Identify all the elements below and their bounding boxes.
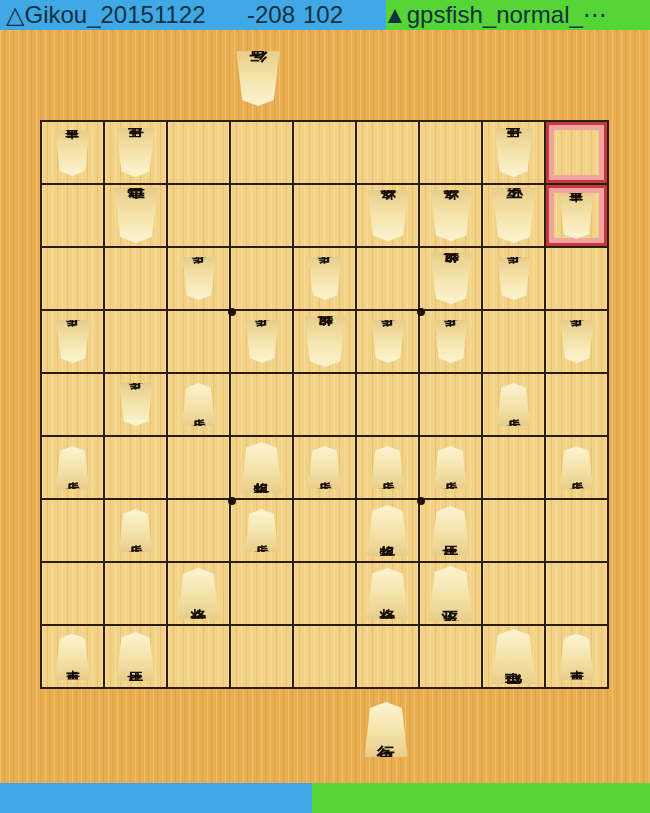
- square-5b[interactable]: [294, 185, 357, 248]
- piece-kanji: 歩兵: [506, 277, 521, 281]
- square-6c[interactable]: [231, 248, 294, 311]
- square-2b[interactable]: 王将: [483, 185, 546, 248]
- piece-sente-gold[interactable]: 金将: [367, 568, 409, 619]
- square-7d[interactable]: [168, 311, 231, 374]
- piece-gote-pawn[interactable]: 歩兵: [497, 257, 531, 300]
- piece-gote-lance[interactable]: 香車: [55, 130, 90, 176]
- piece-kanji: 歩兵: [254, 529, 269, 533]
- piece-sente-silver[interactable]: 銀将: [367, 505, 409, 556]
- piece-kanji: 歩兵: [191, 277, 206, 281]
- piece-kanji: 桂馬: [128, 151, 144, 155]
- square-7a[interactable]: [168, 122, 231, 185]
- square-8h[interactable]: [105, 563, 168, 626]
- square-7c[interactable]: 歩兵: [168, 248, 231, 311]
- square-5c[interactable]: 歩兵: [294, 248, 357, 311]
- piece-kanji: 銀将: [443, 277, 459, 281]
- piece-sente-gold[interactable]: 金将: [178, 568, 220, 619]
- piece-sente-knight[interactable]: 桂馬: [431, 506, 470, 555]
- square-3g[interactable]: 桂馬: [420, 500, 483, 563]
- piece-gote-pawn[interactable]: 歩兵: [119, 383, 153, 426]
- shogi-board: 香車桂馬桂馬飛車金将金将王将香車歩兵歩兵銀将歩兵歩兵歩兵銀将歩兵歩兵歩兵歩兵歩兵…: [40, 120, 609, 689]
- piece-gote-silver[interactable]: 銀将: [430, 253, 472, 304]
- square-8i[interactable]: 桂馬: [105, 626, 168, 689]
- square-1c[interactable]: [546, 248, 609, 311]
- square-8d[interactable]: [105, 311, 168, 374]
- square-7b[interactable]: [168, 185, 231, 248]
- square-1b[interactable]: 香車: [546, 185, 609, 248]
- piece-kanji: 歩兵: [569, 340, 584, 344]
- piece-kanji: 飛車: [505, 655, 523, 659]
- square-8e[interactable]: 歩兵: [105, 374, 168, 437]
- square-1h[interactable]: [546, 563, 609, 626]
- square-4g[interactable]: 銀将: [357, 500, 420, 563]
- piece-kanji: 桂馬: [506, 151, 522, 155]
- star-point: [228, 308, 236, 316]
- square-4c[interactable]: [357, 248, 420, 311]
- square-4f[interactable]: 歩兵: [357, 437, 420, 500]
- piece-kanji: 桂馬: [128, 655, 144, 659]
- piece-kanji: 飛車: [127, 214, 145, 218]
- piece-kanji: 王将: [505, 214, 523, 218]
- square-5d[interactable]: 銀将: [294, 311, 357, 374]
- piece-kanji: 歩兵: [65, 340, 80, 344]
- sente-engine-name: ▲gpsfish_normal_⋯: [383, 0, 607, 30]
- square-5i[interactable]: [294, 626, 357, 689]
- square-4d[interactable]: 歩兵: [357, 311, 420, 374]
- square-5g[interactable]: [294, 500, 357, 563]
- square-4e[interactable]: [357, 374, 420, 437]
- square-3b[interactable]: 金将: [420, 185, 483, 248]
- piece-kanji: 金将: [443, 214, 459, 218]
- piece-sente-pawn[interactable]: 歩兵: [308, 446, 342, 489]
- gote-hand-tray[interactable]: 角行: [236, 51, 280, 106]
- square-6h[interactable]: [231, 563, 294, 626]
- square-8f[interactable]: [105, 437, 168, 500]
- square-2i[interactable]: 飛車: [483, 626, 546, 689]
- square-3i[interactable]: [420, 626, 483, 689]
- square-1i[interactable]: 香車: [546, 626, 609, 689]
- piece-sente-pawn[interactable]: 歩兵: [560, 446, 594, 489]
- square-4h[interactable]: 金将: [357, 563, 420, 626]
- piece-kanji: 角行: [377, 728, 395, 732]
- square-9c[interactable]: [42, 248, 105, 311]
- square-7e[interactable]: 歩兵: [168, 374, 231, 437]
- square-6g[interactable]: 歩兵: [231, 500, 294, 563]
- square-6b[interactable]: [231, 185, 294, 248]
- piece-kanji: 歩兵: [191, 403, 206, 407]
- piece-gote-pawn[interactable]: 歩兵: [371, 320, 405, 363]
- piece-kanji: 角行: [249, 77, 267, 81]
- piece-kanji: 銀将: [254, 466, 270, 470]
- square-3c[interactable]: 銀将: [420, 248, 483, 311]
- piece-sente-lance[interactable]: 香車: [559, 634, 594, 680]
- piece-sente-pawn[interactable]: 歩兵: [245, 509, 279, 552]
- piece-kanji: 銀将: [380, 529, 396, 533]
- gote-eval-score: -208: [247, 0, 295, 30]
- square-9d[interactable]: 歩兵: [42, 311, 105, 374]
- bottom-bar-blue-segment: [0, 783, 312, 813]
- piece-sente-pawn[interactable]: 歩兵: [497, 383, 531, 426]
- piece-kanji: 玉将: [442, 592, 460, 596]
- piece-sente-king[interactable]: 玉将: [429, 566, 473, 621]
- piece-gote-gold[interactable]: 金将: [367, 190, 409, 241]
- piece-sente-pawn[interactable]: 歩兵: [119, 509, 153, 552]
- shogi-app-window: △Gikou_20151122 -208 角行 香車桂馬桂馬飛車金将金将王将香車…: [0, 0, 650, 813]
- square-3f[interactable]: 歩兵: [420, 437, 483, 500]
- square-7i[interactable]: [168, 626, 231, 689]
- square-4i[interactable]: [357, 626, 420, 689]
- piece-kanji: 香車: [569, 655, 584, 659]
- piece-gote-knight[interactable]: 桂馬: [494, 128, 533, 177]
- piece-kanji: 歩兵: [443, 466, 458, 470]
- piece-kanji: 歩兵: [254, 340, 269, 344]
- square-9i[interactable]: 香車: [42, 626, 105, 689]
- piece-kanji: 歩兵: [65, 466, 80, 470]
- star-point: [417, 308, 425, 316]
- square-2h[interactable]: [483, 563, 546, 626]
- piece-sente-pawn[interactable]: 歩兵: [56, 446, 90, 489]
- square-9f[interactable]: 歩兵: [42, 437, 105, 500]
- piece-kanji: 金将: [191, 592, 207, 596]
- piece-kanji: 歩兵: [128, 529, 143, 533]
- square-5h[interactable]: [294, 563, 357, 626]
- piece-kanji: 香車: [65, 655, 80, 659]
- piece-gote-rook[interactable]: 飛車: [114, 188, 158, 243]
- square-2a[interactable]: 桂馬: [483, 122, 546, 185]
- square-8g[interactable]: 歩兵: [105, 500, 168, 563]
- square-8b[interactable]: 飛車: [105, 185, 168, 248]
- gote-engine-name: △Gikou_20151122: [6, 0, 206, 30]
- square-4b[interactable]: 金将: [357, 185, 420, 248]
- piece-sente-knight[interactable]: 桂馬: [116, 632, 155, 681]
- piece-sente-rook[interactable]: 飛車: [492, 629, 536, 684]
- piece-gote-silver[interactable]: 銀将: [304, 316, 346, 367]
- square-3a[interactable]: [420, 122, 483, 185]
- star-point: [417, 497, 425, 505]
- piece-sente-lance[interactable]: 香車: [55, 634, 90, 680]
- piece-gote-gold[interactable]: 金将: [430, 190, 472, 241]
- square-2e[interactable]: 歩兵: [483, 374, 546, 437]
- square-9a[interactable]: 香車: [42, 122, 105, 185]
- square-5a[interactable]: [294, 122, 357, 185]
- square-9b[interactable]: [42, 185, 105, 248]
- piece-sente-silver[interactable]: 銀将: [241, 442, 283, 493]
- piece-gote-pawn[interactable]: 歩兵: [245, 320, 279, 363]
- piece-kanji: 歩兵: [317, 466, 332, 470]
- piece-kanji: 歩兵: [506, 403, 521, 407]
- piece-kanji: 香車: [65, 151, 80, 155]
- piece-kanji: 金将: [380, 592, 396, 596]
- square-1a[interactable]: [546, 122, 609, 185]
- piece-kanji: 金将: [380, 214, 396, 218]
- piece-gote-pawn[interactable]: 歩兵: [434, 320, 468, 363]
- square-3h[interactable]: 玉将: [420, 563, 483, 626]
- square-9e[interactable]: [42, 374, 105, 437]
- square-7g[interactable]: [168, 500, 231, 563]
- piece-kanji: 歩兵: [443, 340, 458, 344]
- star-point: [228, 497, 236, 505]
- piece-gote-pawn[interactable]: 歩兵: [308, 257, 342, 300]
- square-9g[interactable]: [42, 500, 105, 563]
- piece-gote-king[interactable]: 王将: [492, 188, 536, 243]
- square-6i[interactable]: [231, 626, 294, 689]
- piece-kanji: 歩兵: [380, 340, 395, 344]
- square-7f[interactable]: [168, 437, 231, 500]
- move-number: 102: [303, 0, 343, 30]
- piece-kanji: 歩兵: [128, 403, 143, 407]
- piece-gote-knight[interactable]: 桂馬: [116, 128, 155, 177]
- square-2c[interactable]: 歩兵: [483, 248, 546, 311]
- piece-sente-bishop[interactable]: 角行: [364, 702, 408, 757]
- piece-gote-pawn[interactable]: 歩兵: [182, 257, 216, 300]
- square-6a[interactable]: [231, 122, 294, 185]
- square-1g[interactable]: [546, 500, 609, 563]
- piece-sente-pawn[interactable]: 歩兵: [371, 446, 405, 489]
- piece-gote-pawn[interactable]: 歩兵: [56, 320, 90, 363]
- square-8c[interactable]: [105, 248, 168, 311]
- square-1f[interactable]: 歩兵: [546, 437, 609, 500]
- piece-kanji: 桂馬: [443, 529, 459, 533]
- sente-engine-panel: [312, 783, 650, 813]
- square-2f[interactable]: [483, 437, 546, 500]
- piece-kanji: 香車: [569, 214, 584, 218]
- square-3e[interactable]: [420, 374, 483, 437]
- square-3d[interactable]: 歩兵: [420, 311, 483, 374]
- piece-sente-pawn[interactable]: 歩兵: [434, 446, 468, 489]
- square-4a[interactable]: [357, 122, 420, 185]
- piece-gote-bishop[interactable]: 角行: [236, 51, 280, 106]
- square-2d[interactable]: [483, 311, 546, 374]
- square-6d[interactable]: 歩兵: [231, 311, 294, 374]
- square-8a[interactable]: 桂馬: [105, 122, 168, 185]
- piece-kanji: 歩兵: [380, 466, 395, 470]
- piece-kanji: 歩兵: [317, 277, 332, 281]
- piece-kanji: 銀将: [317, 340, 333, 344]
- square-7h[interactable]: 金将: [168, 563, 231, 626]
- square-5e[interactable]: [294, 374, 357, 437]
- piece-kanji: 歩兵: [569, 466, 584, 470]
- square-6e[interactable]: [231, 374, 294, 437]
- piece-gote-lance[interactable]: 香車: [559, 193, 594, 239]
- sente-hand-tray[interactable]: 角行: [364, 702, 408, 757]
- square-6f[interactable]: 銀将: [231, 437, 294, 500]
- piece-sente-pawn[interactable]: 歩兵: [182, 383, 216, 426]
- square-1d[interactable]: 歩兵: [546, 311, 609, 374]
- bottom-status-bar: [0, 783, 650, 813]
- square-9h[interactable]: [42, 563, 105, 626]
- square-2g[interactable]: [483, 500, 546, 563]
- piece-gote-pawn[interactable]: 歩兵: [560, 320, 594, 363]
- square-5f[interactable]: 歩兵: [294, 437, 357, 500]
- square-1e[interactable]: [546, 374, 609, 437]
